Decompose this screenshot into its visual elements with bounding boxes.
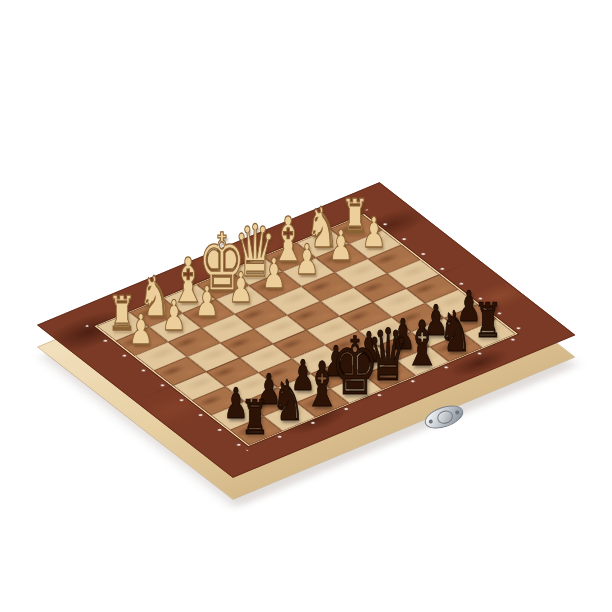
product-photo: ♜♞♝♚♛♝♞♜♟♟♟♟♟♟♟♟♟♟♟♟♟♟♟♟♜♞♝♚♛♝♞♜ — [0, 0, 612, 612]
piece-white-pawn: ♟ — [293, 239, 321, 281]
piece-white-pawn: ♟ — [127, 309, 155, 351]
piece-white-pawn: ♟ — [193, 281, 221, 323]
piece-black-bishop: ♝ — [301, 354, 342, 416]
pieces-layer: ♜♞♝♚♛♝♞♜♟♟♟♟♟♟♟♟♟♟♟♟♟♟♟♟♜♞♝♚♛♝♞♜ — [0, 0, 612, 612]
piece-black-rook: ♜ — [472, 296, 504, 344]
piece-white-pawn: ♟ — [160, 295, 188, 337]
piece-white-pawn: ♟ — [260, 253, 288, 295]
piece-white-pawn: ♟ — [227, 267, 255, 309]
piece-black-rook: ♜ — [239, 393, 271, 441]
piece-white-pawn: ♟ — [327, 225, 355, 267]
piece-white-pawn: ♟ — [360, 212, 388, 254]
piece-black-knight: ♞ — [270, 373, 307, 429]
